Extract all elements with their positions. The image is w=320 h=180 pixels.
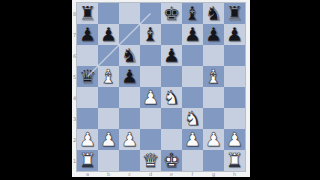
square-f7[interactable]: ♟: [182, 24, 203, 45]
piece-white-pawn-a2[interactable]: ♟: [77, 129, 98, 150]
piece-black-pawn-f7[interactable]: ♟: [182, 24, 203, 45]
square-g7[interactable]: ♟: [203, 24, 224, 45]
square-g1[interactable]: [203, 150, 224, 171]
square-f3[interactable]: ♞: [182, 108, 203, 129]
square-e8[interactable]: ♚: [161, 3, 182, 24]
piece-black-pawn-h7[interactable]: ♟: [224, 24, 245, 45]
square-b1[interactable]: [98, 150, 119, 171]
piece-white-rook-a1[interactable]: ♜: [77, 150, 98, 171]
piece-white-pawn-g2[interactable]: ♟: [203, 129, 224, 150]
piece-black-knight-g8[interactable]: ♞: [203, 3, 224, 24]
piece-black-rook-h8[interactable]: ♜: [224, 3, 245, 24]
square-g3[interactable]: [203, 108, 224, 129]
square-c4[interactable]: [119, 87, 140, 108]
square-c1[interactable]: [119, 150, 140, 171]
square-g8[interactable]: ♞: [203, 3, 224, 24]
piece-black-king-e8[interactable]: ♚: [161, 3, 182, 24]
file-label-d: d: [140, 171, 161, 177]
file-label-e: e: [161, 171, 182, 177]
square-b2[interactable]: ♟: [98, 129, 119, 150]
piece-white-knight-f3[interactable]: ♞: [182, 108, 203, 129]
square-c7[interactable]: [119, 24, 140, 45]
square-a4[interactable]: [77, 87, 98, 108]
square-d4[interactable]: ♟: [140, 87, 161, 108]
square-f6[interactable]: [182, 45, 203, 66]
square-f4[interactable]: [182, 87, 203, 108]
letterbox-left: [0, 0, 72, 180]
square-c3[interactable]: [119, 108, 140, 129]
square-d1[interactable]: ♛: [140, 150, 161, 171]
square-h4[interactable]: [224, 87, 245, 108]
square-c6[interactable]: ♞: [119, 45, 140, 66]
piece-white-pawn-b2[interactable]: ♟: [98, 129, 119, 150]
piece-black-pawn-e6[interactable]: ♟: [161, 45, 182, 66]
file-label-a: a: [77, 171, 98, 177]
square-e2[interactable]: [161, 129, 182, 150]
square-f8[interactable]: ♝: [182, 3, 203, 24]
letterbox-right: [250, 0, 320, 180]
square-e5[interactable]: [161, 66, 182, 87]
file-label-c: c: [119, 171, 140, 177]
square-h6[interactable]: [224, 45, 245, 66]
piece-black-pawn-g7[interactable]: ♟: [203, 24, 224, 45]
square-a1[interactable]: ♜: [77, 150, 98, 171]
square-d6[interactable]: [140, 45, 161, 66]
square-a8[interactable]: ♜: [77, 3, 98, 24]
square-h7[interactable]: ♟: [224, 24, 245, 45]
piece-black-knight-c6[interactable]: ♞: [119, 45, 140, 66]
square-a2[interactable]: ♟: [77, 129, 98, 150]
square-a5[interactable]: ♛: [77, 66, 98, 87]
piece-white-pawn-d4[interactable]: ♟: [140, 87, 161, 108]
square-e7[interactable]: [161, 24, 182, 45]
piece-black-bishop-f8[interactable]: ♝: [182, 3, 203, 24]
square-e6[interactable]: ♟: [161, 45, 182, 66]
square-h5[interactable]: [224, 66, 245, 87]
chess-board-frame: 87654321 abcdefgh ♜♚♝♞♜♟♟♝♟♟♟♞♟♛♝♟♝♟♞♞♟♟…: [72, 0, 250, 177]
square-b5[interactable]: ♝: [98, 66, 119, 87]
square-a7[interactable]: ♟: [77, 24, 98, 45]
square-b7[interactable]: ♟: [98, 24, 119, 45]
square-b6[interactable]: [98, 45, 119, 66]
piece-white-king-e1[interactable]: ♚: [161, 150, 182, 171]
piece-black-pawn-b7[interactable]: ♟: [98, 24, 119, 45]
square-g4[interactable]: [203, 87, 224, 108]
square-e4[interactable]: ♞: [161, 87, 182, 108]
file-label-b: b: [98, 171, 119, 177]
square-c2[interactable]: ♟: [119, 129, 140, 150]
square-f5[interactable]: [182, 66, 203, 87]
square-d5[interactable]: [140, 66, 161, 87]
square-a3[interactable]: [77, 108, 98, 129]
square-a6[interactable]: [77, 45, 98, 66]
file-label-h: h: [224, 171, 245, 177]
square-h2[interactable]: ♟: [224, 129, 245, 150]
square-h3[interactable]: [224, 108, 245, 129]
piece-white-pawn-c2[interactable]: ♟: [119, 129, 140, 150]
square-c8[interactable]: [119, 3, 140, 24]
piece-black-pawn-c5[interactable]: ♟: [119, 66, 140, 87]
piece-black-queen-a5[interactable]: ♛: [77, 66, 98, 87]
square-g2[interactable]: ♟: [203, 129, 224, 150]
piece-black-pawn-a7[interactable]: ♟: [77, 24, 98, 45]
file-label-f: f: [182, 171, 203, 177]
piece-white-bishop-b5[interactable]: ♝: [98, 66, 119, 87]
piece-black-rook-a8[interactable]: ♜: [77, 3, 98, 24]
square-d3[interactable]: [140, 108, 161, 129]
piece-black-bishop-d7[interactable]: ♝: [140, 24, 161, 45]
square-d7[interactable]: ♝: [140, 24, 161, 45]
piece-white-rook-h1[interactable]: ♜: [224, 150, 245, 171]
piece-white-queen-d1[interactable]: ♛: [140, 150, 161, 171]
piece-white-knight-e4[interactable]: ♞: [161, 87, 182, 108]
square-e3[interactable]: [161, 108, 182, 129]
square-f1[interactable]: [182, 150, 203, 171]
file-label-g: g: [203, 171, 224, 177]
square-b3[interactable]: [98, 108, 119, 129]
square-b8[interactable]: [98, 3, 119, 24]
square-g5[interactable]: ♝: [203, 66, 224, 87]
piece-white-bishop-g5[interactable]: ♝: [203, 66, 224, 87]
chess-board[interactable]: ♜♚♝♞♜♟♟♝♟♟♟♞♟♛♝♟♝♟♞♞♟♟♟♟♟♟♜♛♚♜: [77, 3, 245, 171]
square-h8[interactable]: ♜: [224, 3, 245, 24]
piece-white-pawn-h2[interactable]: ♟: [224, 129, 245, 150]
square-d8[interactable]: [140, 3, 161, 24]
square-g6[interactable]: [203, 45, 224, 66]
square-e1[interactable]: ♚: [161, 150, 182, 171]
piece-white-pawn-f2[interactable]: ♟: [182, 129, 203, 150]
file-labels: abcdefgh: [77, 171, 245, 177]
letterbox-bottom: [72, 177, 250, 180]
square-f2[interactable]: ♟: [182, 129, 203, 150]
square-b4[interactable]: [98, 87, 119, 108]
square-h1[interactable]: ♜: [224, 150, 245, 171]
square-d2[interactable]: [140, 129, 161, 150]
square-c5[interactable]: ♟: [119, 66, 140, 87]
